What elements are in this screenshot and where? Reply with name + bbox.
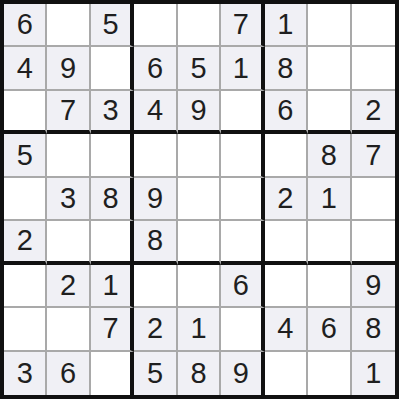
cell-r9c5: 8 (178, 352, 221, 395)
cell-r4c6[interactable] (221, 134, 264, 177)
cell-r1c1: 6 (4, 4, 47, 47)
cell-r6c1: 2 (4, 221, 47, 264)
cell-r7c4[interactable] (134, 265, 177, 308)
cell-r6c3[interactable] (91, 221, 134, 264)
cell-r5c1[interactable] (4, 178, 47, 221)
cell-r4c8: 8 (308, 134, 351, 177)
sudoku-board: 6571496518734962587389212821697214683658… (0, 0, 399, 399)
cell-r2c7: 8 (265, 47, 308, 90)
cell-r9c1: 3 (4, 352, 47, 395)
cell-r7c3: 1 (91, 265, 134, 308)
cell-r8c8: 6 (308, 308, 351, 351)
cell-r7c7[interactable] (265, 265, 308, 308)
cell-r7c1[interactable] (4, 265, 47, 308)
cell-r5c9[interactable] (352, 178, 395, 221)
cell-r3c6[interactable] (221, 91, 264, 134)
cell-r3c1[interactable] (4, 91, 47, 134)
cell-r4c9: 7 (352, 134, 395, 177)
cell-r9c2: 6 (47, 352, 90, 395)
cell-r1c4[interactable] (134, 4, 177, 47)
cell-r7c6: 6 (221, 265, 264, 308)
cell-r5c7: 2 (265, 178, 308, 221)
cell-r9c7[interactable] (265, 352, 308, 395)
cell-r5c6[interactable] (221, 178, 264, 221)
cell-r4c5[interactable] (178, 134, 221, 177)
cell-r3c9: 2 (352, 91, 395, 134)
cell-r9c3[interactable] (91, 352, 134, 395)
cell-r2c8[interactable] (308, 47, 351, 90)
cell-r4c7[interactable] (265, 134, 308, 177)
cell-r4c3[interactable] (91, 134, 134, 177)
cell-r1c5[interactable] (178, 4, 221, 47)
cell-r5c5[interactable] (178, 178, 221, 221)
cell-r2c4: 6 (134, 47, 177, 90)
cell-r3c5: 9 (178, 91, 221, 134)
cell-r3c8[interactable] (308, 91, 351, 134)
cell-r1c2[interactable] (47, 4, 90, 47)
cell-r9c8[interactable] (308, 352, 351, 395)
cell-r5c2: 3 (47, 178, 90, 221)
cell-r7c2: 2 (47, 265, 90, 308)
cell-r7c8[interactable] (308, 265, 351, 308)
cell-r4c4[interactable] (134, 134, 177, 177)
cell-r6c7[interactable] (265, 221, 308, 264)
cell-r2c1: 4 (4, 47, 47, 90)
cell-r6c9[interactable] (352, 221, 395, 264)
cell-r1c7: 1 (265, 4, 308, 47)
cell-r6c4: 8 (134, 221, 177, 264)
cell-r3c7: 6 (265, 91, 308, 134)
cell-r1c9[interactable] (352, 4, 395, 47)
cell-r1c6: 7 (221, 4, 264, 47)
cell-r2c2: 9 (47, 47, 90, 90)
cell-r8c2[interactable] (47, 308, 90, 351)
cell-r6c2[interactable] (47, 221, 90, 264)
cell-r5c4: 9 (134, 178, 177, 221)
cell-r1c8[interactable] (308, 4, 351, 47)
cell-r9c6: 9 (221, 352, 264, 395)
cell-r3c3: 3 (91, 91, 134, 134)
cell-r7c5[interactable] (178, 265, 221, 308)
cell-r8c5: 1 (178, 308, 221, 351)
cell-r8c9: 8 (352, 308, 395, 351)
cell-r5c8: 1 (308, 178, 351, 221)
cell-r2c9[interactable] (352, 47, 395, 90)
cell-r6c5[interactable] (178, 221, 221, 264)
cell-r4c1: 5 (4, 134, 47, 177)
cell-r8c7: 4 (265, 308, 308, 351)
cell-r8c4: 2 (134, 308, 177, 351)
cell-r9c4: 5 (134, 352, 177, 395)
cell-r8c1[interactable] (4, 308, 47, 351)
cell-r8c3: 7 (91, 308, 134, 351)
cell-r2c3[interactable] (91, 47, 134, 90)
cell-r6c6[interactable] (221, 221, 264, 264)
cell-r4c2[interactable] (47, 134, 90, 177)
cell-r3c4: 4 (134, 91, 177, 134)
cell-r6c8[interactable] (308, 221, 351, 264)
cell-r2c6: 1 (221, 47, 264, 90)
cell-r1c3: 5 (91, 4, 134, 47)
cell-r8c6[interactable] (221, 308, 264, 351)
cell-r7c9: 9 (352, 265, 395, 308)
cell-r9c9: 1 (352, 352, 395, 395)
cell-r3c2: 7 (47, 91, 90, 134)
cell-r2c5: 5 (178, 47, 221, 90)
cell-r5c3: 8 (91, 178, 134, 221)
